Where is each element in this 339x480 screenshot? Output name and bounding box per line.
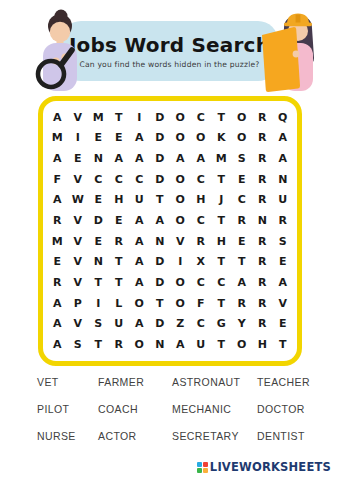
grid-cell-r3c12[interactable]: A bbox=[273, 148, 294, 169]
grid-cell-r3c1[interactable]: A bbox=[47, 148, 68, 169]
grid-cell-r7c5[interactable]: A bbox=[129, 231, 150, 252]
grid-cell-r8c7[interactable]: I bbox=[170, 252, 191, 273]
grid-cell-r9c4[interactable]: T bbox=[109, 272, 130, 293]
word-item-teacher: TEACHER bbox=[257, 377, 315, 388]
grid-cell-r8c12[interactable]: E bbox=[273, 252, 294, 273]
grid-cell-r2c6[interactable]: D bbox=[150, 128, 171, 149]
grid-cell-r7c9[interactable]: H bbox=[211, 231, 232, 252]
grid-cell-r9c2[interactable]: V bbox=[68, 272, 89, 293]
grid-cell-r10c12[interactable]: V bbox=[273, 293, 294, 314]
grid-cell-r4c4[interactable]: C bbox=[109, 169, 130, 190]
grid-cell-r8c3[interactable]: N bbox=[88, 252, 109, 273]
grid-cell-r4c3[interactable]: C bbox=[88, 169, 109, 190]
grid-cell-r6c9[interactable]: T bbox=[211, 210, 232, 231]
grid-cell-r12c4[interactable]: R bbox=[109, 334, 130, 355]
detective-character-illustration bbox=[20, 8, 100, 96]
brand-name: LIVEWORKSHEETS bbox=[210, 460, 331, 474]
grid-cell-r5c10[interactable]: C bbox=[232, 190, 253, 211]
word-item-astronaut: ASTRONAUT bbox=[172, 377, 257, 388]
grid-cell-r12c3[interactable]: T bbox=[88, 334, 109, 355]
grid-cell-r4c9[interactable]: T bbox=[211, 169, 232, 190]
grid-cell-r11c8[interactable]: C bbox=[191, 314, 212, 335]
grid-cell-r7c10[interactable]: E bbox=[232, 231, 253, 252]
grid-cell-r6c6[interactable]: A bbox=[150, 210, 171, 231]
grid-cell-r4c7[interactable]: O bbox=[170, 169, 191, 190]
grid-cell-r6c4[interactable]: E bbox=[109, 210, 130, 231]
grid-cell-r8c11[interactable]: R bbox=[252, 252, 273, 273]
grid-cell-r9c3[interactable]: T bbox=[88, 272, 109, 293]
grid-cell-r10c3[interactable]: I bbox=[88, 293, 109, 314]
grid-cell-r7c2[interactable]: V bbox=[68, 231, 89, 252]
grid-cell-r9c10[interactable]: A bbox=[232, 272, 253, 293]
word-item-mechanic: MECHANIC bbox=[172, 404, 257, 415]
grid-cell-r9c8[interactable]: C bbox=[191, 272, 212, 293]
grid-cell-r11c10[interactable]: Y bbox=[232, 314, 253, 335]
word-search-board: AVMTIDOCTORQMIEEADOOKORAAENAADAAMSRAFVCC… bbox=[38, 96, 302, 366]
grid-cell-r4c12[interactable]: N bbox=[273, 169, 294, 190]
grid-cell-r5c3[interactable]: E bbox=[88, 190, 109, 211]
grid-cell-r7c6[interactable]: N bbox=[150, 231, 171, 252]
grid-cell-r9c5[interactable]: A bbox=[129, 272, 150, 293]
grid-cell-r1c6[interactable]: D bbox=[150, 107, 171, 128]
liveworksheets-logo[interactable]: LIVEWORKSHEETS bbox=[197, 460, 331, 474]
grid-cell-r5c7[interactable]: O bbox=[170, 190, 191, 211]
grid-cell-r3c8[interactable]: A bbox=[191, 148, 212, 169]
grid-cell-r10c7[interactable]: O bbox=[170, 293, 191, 314]
grid-cell-r1c2[interactable]: V bbox=[68, 107, 89, 128]
word-item-dentist: DENTIST bbox=[257, 431, 315, 442]
grid-cell-r1c3[interactable]: M bbox=[88, 107, 109, 128]
grid-cell-r2c2[interactable]: I bbox=[68, 128, 89, 149]
blueprint-paper bbox=[262, 27, 300, 92]
grid-cell-r6c11[interactable]: N bbox=[252, 210, 273, 231]
grid-cell-r2c10[interactable]: O bbox=[232, 128, 253, 149]
grid-cell-r6c12[interactable]: R bbox=[273, 210, 294, 231]
grid-cell-r1c8[interactable]: C bbox=[191, 107, 212, 128]
grid-cell-r7c11[interactable]: R bbox=[252, 231, 273, 252]
engineer-character-illustration bbox=[257, 8, 337, 96]
grid-cell-r1c5[interactable]: I bbox=[129, 107, 150, 128]
grid-cell-r1c11[interactable]: R bbox=[252, 107, 273, 128]
word-list: VETFARMERASTRONAUTTEACHERPILOTCOACHMECHA… bbox=[37, 377, 315, 442]
grid-cell-r7c8[interactable]: R bbox=[191, 231, 212, 252]
grid-cell-r3c5[interactable]: A bbox=[129, 148, 150, 169]
grid-cell-r2c4[interactable]: E bbox=[109, 128, 130, 149]
grid-cell-r2c12[interactable]: A bbox=[273, 128, 294, 149]
word-item-doctor: DOCTOR bbox=[257, 404, 315, 415]
grid-cell-r6c2[interactable]: V bbox=[68, 210, 89, 231]
grid-cell-r10c8[interactable]: F bbox=[191, 293, 212, 314]
grid-cell-r5c9[interactable]: J bbox=[211, 190, 232, 211]
grid-cell-r10c5[interactable]: O bbox=[129, 293, 150, 314]
grid-cell-r9c7[interactable]: O bbox=[170, 272, 191, 293]
grid-cell-r12c6[interactable]: N bbox=[150, 334, 171, 355]
grid-cell-r7c4[interactable]: R bbox=[109, 231, 130, 252]
grid-cell-r5c11[interactable]: R bbox=[252, 190, 273, 211]
grid-cell-r11c11[interactable]: R bbox=[252, 314, 273, 335]
grid-cell-r1c12[interactable]: Q bbox=[273, 107, 294, 128]
grid-cell-r3c7[interactable]: A bbox=[170, 148, 191, 169]
grid-cell-r2c8[interactable]: O bbox=[191, 128, 212, 149]
grid-cell-r1c4[interactable]: T bbox=[109, 107, 130, 128]
word-item-nurse: NURSE bbox=[37, 431, 98, 442]
grid-cell-r3c3[interactable]: N bbox=[88, 148, 109, 169]
grid-cell-r3c6[interactable]: D bbox=[150, 148, 171, 169]
grid-cell-r9c1[interactable]: R bbox=[47, 272, 68, 293]
grid-cell-r11c2[interactable]: V bbox=[68, 314, 89, 335]
grid-cell-r7c1[interactable]: M bbox=[47, 231, 68, 252]
grid-cell-r5c12[interactable]: U bbox=[273, 190, 294, 211]
grid-cell-r1c10[interactable]: O bbox=[232, 107, 253, 128]
grid-cell-r9c11[interactable]: R bbox=[252, 272, 273, 293]
grid-cell-r8c4[interactable]: T bbox=[109, 252, 130, 273]
grid-cell-r1c1[interactable]: A bbox=[47, 107, 68, 128]
grid-cell-r4c1[interactable]: F bbox=[47, 169, 68, 190]
grid-cell-r7c12[interactable]: S bbox=[273, 231, 294, 252]
grid-cell-r6c1[interactable]: R bbox=[47, 210, 68, 231]
grid-cell-r10c11[interactable]: R bbox=[252, 293, 273, 314]
grid-cell-r8c6[interactable]: D bbox=[150, 252, 171, 273]
grid-cell-r11c4[interactable]: U bbox=[109, 314, 130, 335]
grid-cell-r4c6[interactable]: D bbox=[150, 169, 171, 190]
grid-cell-r2c9[interactable]: K bbox=[211, 128, 232, 149]
grid-cell-r8c1[interactable]: E bbox=[47, 252, 68, 273]
grid-cell-r9c12[interactable]: A bbox=[273, 272, 294, 293]
grid-cell-r6c3[interactable]: D bbox=[88, 210, 109, 231]
grid-cell-r12c5[interactable]: O bbox=[129, 334, 150, 355]
grid-cell-r6c7[interactable]: O bbox=[170, 210, 191, 231]
page-subtitle: Can you find the words hidden in the puz… bbox=[79, 60, 259, 69]
grid-cell-r4c5[interactable]: C bbox=[129, 169, 150, 190]
word-item-secretary: SECRETARY bbox=[172, 431, 257, 442]
grid-cell-r4c8[interactable]: C bbox=[191, 169, 212, 190]
word-item-farmer: FARMER bbox=[98, 377, 172, 388]
grid-cell-r5c5[interactable]: U bbox=[129, 190, 150, 211]
grid-cell-r11c5[interactable]: A bbox=[129, 314, 150, 335]
grid-cell-r8c8[interactable]: X bbox=[191, 252, 212, 273]
grid-cell-r12c1[interactable]: A bbox=[47, 334, 68, 355]
grid-cell-r9c6[interactable]: D bbox=[150, 272, 171, 293]
grid-cell-r8c9[interactable]: T bbox=[211, 252, 232, 273]
word-item-actor: ACTOR bbox=[98, 431, 172, 442]
grid-cell-r1c9[interactable]: T bbox=[211, 107, 232, 128]
grid-cell-r5c2[interactable]: W bbox=[68, 190, 89, 211]
grid-cell-r8c10[interactable]: T bbox=[232, 252, 253, 273]
grid-cell-r9c9[interactable]: C bbox=[211, 272, 232, 293]
grid-cell-r11c3[interactable]: S bbox=[88, 314, 109, 335]
grid-cell-r6c8[interactable]: C bbox=[191, 210, 212, 231]
grid-cell-r5c1[interactable]: A bbox=[47, 190, 68, 211]
grid-cell-r5c4[interactable]: H bbox=[109, 190, 130, 211]
grid-cell-r3c10[interactable]: S bbox=[232, 148, 253, 169]
grid-cell-r12c9[interactable]: T bbox=[211, 334, 232, 355]
grid-cell-r3c9[interactable]: M bbox=[211, 148, 232, 169]
grid-cell-r11c6[interactable]: D bbox=[150, 314, 171, 335]
grid-cell-r1c7[interactable]: O bbox=[170, 107, 191, 128]
grid-cell-r12c8[interactable]: U bbox=[191, 334, 212, 355]
grid-cell-r8c5[interactable]: A bbox=[129, 252, 150, 273]
grid-cell-r2c5[interactable]: A bbox=[129, 128, 150, 149]
grid-cell-r12c12[interactable]: T bbox=[273, 334, 294, 355]
grid-cell-r11c7[interactable]: Z bbox=[170, 314, 191, 335]
grid-cell-r3c4[interactable]: A bbox=[109, 148, 130, 169]
grid-cell-r2c7[interactable]: O bbox=[170, 128, 191, 149]
grid-cell-r8c2[interactable]: V bbox=[68, 252, 89, 273]
grid-cell-r12c2[interactable]: S bbox=[68, 334, 89, 355]
word-item-coach: COACH bbox=[98, 404, 172, 415]
grid-cell-r10c9[interactable]: T bbox=[211, 293, 232, 314]
grid-cell-r12c11[interactable]: H bbox=[252, 334, 273, 355]
grid-cell-r10c10[interactable]: R bbox=[232, 293, 253, 314]
grid-cell-r10c6[interactable]: T bbox=[150, 293, 171, 314]
liveworksheets-grid-icon bbox=[197, 462, 208, 473]
grid-cell-r2c11[interactable]: R bbox=[252, 128, 273, 149]
grid-cell-r5c8[interactable]: H bbox=[191, 190, 212, 211]
word-item-pilot: PILOT bbox=[37, 404, 98, 415]
grid-cell-r10c1[interactable]: A bbox=[47, 293, 68, 314]
grid-cell-r10c2[interactable]: P bbox=[68, 293, 89, 314]
grid-cell-r2c1[interactable]: M bbox=[47, 128, 68, 149]
grid-cell-r7c3[interactable]: E bbox=[88, 231, 109, 252]
grid-cell-r5c6[interactable]: T bbox=[150, 190, 171, 211]
grid-cell-r10c4[interactable]: L bbox=[109, 293, 130, 314]
hard-hat-icon bbox=[284, 14, 312, 27]
grid-cell-r6c10[interactable]: R bbox=[232, 210, 253, 231]
grid-cell-r12c10[interactable]: O bbox=[232, 334, 253, 355]
grid-cell-r4c2[interactable]: V bbox=[68, 169, 89, 190]
grid-cell-r12c7[interactable]: A bbox=[170, 334, 191, 355]
grid-cell-r6c5[interactable]: A bbox=[129, 210, 150, 231]
grid-cell-r7c7[interactable]: V bbox=[170, 231, 191, 252]
grid-cell-r11c1[interactable]: A bbox=[47, 314, 68, 335]
grid-cell-r11c9[interactable]: G bbox=[211, 314, 232, 335]
grid-cell-r4c10[interactable]: E bbox=[232, 169, 253, 190]
grid-cell-r11c12[interactable]: E bbox=[273, 314, 294, 335]
grid-cell-r3c2[interactable]: E bbox=[68, 148, 89, 169]
grid-cell-r4c11[interactable]: R bbox=[252, 169, 273, 190]
grid-cell-r3c11[interactable]: R bbox=[252, 148, 273, 169]
letter-grid: AVMTIDOCTORQMIEEADOOKORAAENAADAAMSRAFVCC… bbox=[47, 107, 293, 355]
grid-cell-r2c3[interactable]: E bbox=[88, 128, 109, 149]
word-item-vet: VET bbox=[37, 377, 98, 388]
